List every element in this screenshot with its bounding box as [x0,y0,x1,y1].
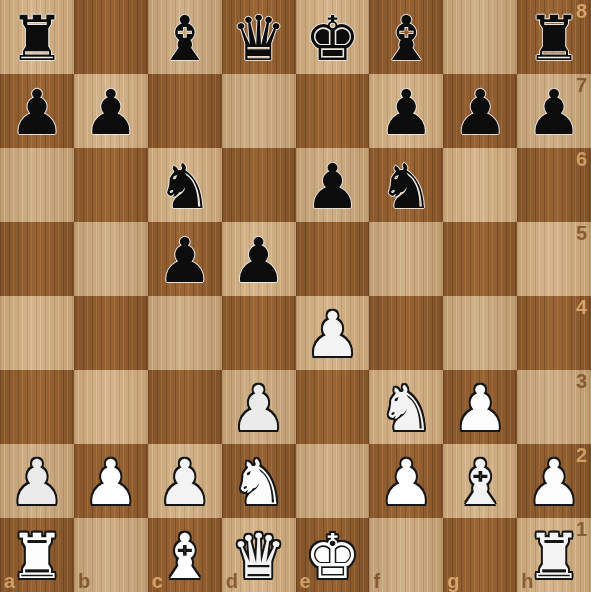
square-g1[interactable]: g [443,518,517,592]
piece-white-pawn[interactable]: ♟ [231,378,287,440]
piece-white-pawn[interactable]: ♟ [526,452,582,514]
square-b3[interactable] [74,370,148,444]
piece-white-pawn[interactable]: ♟ [379,452,435,514]
piece-black-rook[interactable]: ♜ [526,8,582,70]
square-e3[interactable] [296,370,370,444]
square-h2[interactable]: ♟2 [517,444,591,518]
square-f6[interactable]: ♞ [369,148,443,222]
square-a7[interactable]: ♟ [0,74,74,148]
piece-black-pawn[interactable]: ♟ [83,82,139,144]
chess-board-wrap: ♜♝♛♚♝♜8♟♟♟♟♟7♞♟♞6♟♟5♟4♟♞♟3♟♟♟♞♟♝♟2♜ab♝c♛… [0,0,591,592]
square-c6[interactable]: ♞ [148,148,222,222]
piece-black-knight[interactable]: ♞ [379,156,435,218]
square-h5[interactable]: 5 [517,222,591,296]
rank-label-5: 5 [576,223,587,243]
square-h6[interactable]: 6 [517,148,591,222]
square-a5[interactable] [0,222,74,296]
square-c2[interactable]: ♟ [148,444,222,518]
square-f5[interactable] [369,222,443,296]
square-d8[interactable]: ♛ [222,0,296,74]
piece-white-pawn[interactable]: ♟ [83,452,139,514]
square-a3[interactable] [0,370,74,444]
square-b1[interactable]: b [74,518,148,592]
square-d4[interactable] [222,296,296,370]
square-e6[interactable]: ♟ [296,148,370,222]
square-a6[interactable] [0,148,74,222]
piece-black-queen[interactable]: ♛ [231,8,287,70]
square-b4[interactable] [74,296,148,370]
square-a8[interactable]: ♜ [0,0,74,74]
square-e7[interactable] [296,74,370,148]
square-f7[interactable]: ♟ [369,74,443,148]
chess-board: ♜♝♛♚♝♜8♟♟♟♟♟7♞♟♞6♟♟5♟4♟♞♟3♟♟♟♞♟♝♟2♜ab♝c♛… [0,0,591,592]
square-d1[interactable]: ♛d [222,518,296,592]
square-g2[interactable]: ♝ [443,444,517,518]
rank-label-4: 4 [576,297,587,317]
piece-white-rook[interactable]: ♜ [9,526,65,588]
piece-white-bishop[interactable]: ♝ [452,452,508,514]
square-d6[interactable] [222,148,296,222]
square-c5[interactable]: ♟ [148,222,222,296]
piece-white-pawn[interactable]: ♟ [9,452,65,514]
piece-black-pawn[interactable]: ♟ [452,82,508,144]
square-h1[interactable]: ♜1h [517,518,591,592]
square-h8[interactable]: ♜8 [517,0,591,74]
square-c4[interactable] [148,296,222,370]
square-c7[interactable] [148,74,222,148]
file-label-g: g [447,571,459,591]
square-f3[interactable]: ♞ [369,370,443,444]
piece-white-pawn[interactable]: ♟ [452,378,508,440]
square-a2[interactable]: ♟ [0,444,74,518]
square-c3[interactable] [148,370,222,444]
square-f2[interactable]: ♟ [369,444,443,518]
rank-label-6: 6 [576,149,587,169]
square-b6[interactable] [74,148,148,222]
square-b5[interactable] [74,222,148,296]
piece-white-queen[interactable]: ♛ [231,526,287,588]
square-g7[interactable]: ♟ [443,74,517,148]
square-g4[interactable] [443,296,517,370]
square-c8[interactable]: ♝ [148,0,222,74]
piece-black-pawn[interactable]: ♟ [231,230,287,292]
square-b2[interactable]: ♟ [74,444,148,518]
piece-black-rook[interactable]: ♜ [9,8,65,70]
square-f1[interactable]: f [369,518,443,592]
square-g3[interactable]: ♟ [443,370,517,444]
piece-black-pawn[interactable]: ♟ [9,82,65,144]
square-e8[interactable]: ♚ [296,0,370,74]
rank-label-3: 3 [576,371,587,391]
square-d3[interactable]: ♟ [222,370,296,444]
file-label-b: b [78,571,90,591]
piece-black-king[interactable]: ♚ [305,8,361,70]
piece-black-knight[interactable]: ♞ [157,156,213,218]
piece-white-rook[interactable]: ♜ [526,526,582,588]
file-label-f: f [373,571,380,591]
square-h7[interactable]: ♟7 [517,74,591,148]
square-e2[interactable] [296,444,370,518]
square-g6[interactable] [443,148,517,222]
square-d7[interactable] [222,74,296,148]
square-e1[interactable]: ♚e [296,518,370,592]
piece-white-knight[interactable]: ♞ [231,452,287,514]
piece-black-pawn[interactable]: ♟ [526,82,582,144]
square-h4[interactable]: 4 [517,296,591,370]
square-d2[interactable]: ♞ [222,444,296,518]
square-h3[interactable]: 3 [517,370,591,444]
piece-black-pawn[interactable]: ♟ [379,82,435,144]
square-e4[interactable]: ♟ [296,296,370,370]
square-g5[interactable] [443,222,517,296]
square-b8[interactable] [74,0,148,74]
square-g8[interactable] [443,0,517,74]
square-c1[interactable]: ♝c [148,518,222,592]
piece-black-pawn[interactable]: ♟ [305,156,361,218]
square-a4[interactable] [0,296,74,370]
square-d5[interactable]: ♟ [222,222,296,296]
square-f4[interactable] [369,296,443,370]
piece-black-pawn[interactable]: ♟ [157,230,213,292]
piece-white-bishop[interactable]: ♝ [157,526,213,588]
piece-white-king[interactable]: ♚ [305,526,361,588]
piece-black-bishop[interactable]: ♝ [157,8,213,70]
square-a1[interactable]: ♜a [0,518,74,592]
square-f8[interactable]: ♝ [369,0,443,74]
piece-white-pawn[interactable]: ♟ [305,304,361,366]
square-e5[interactable] [296,222,370,296]
piece-black-bishop[interactable]: ♝ [379,8,435,70]
piece-white-knight[interactable]: ♞ [379,378,435,440]
piece-white-pawn[interactable]: ♟ [157,452,213,514]
square-b7[interactable]: ♟ [74,74,148,148]
